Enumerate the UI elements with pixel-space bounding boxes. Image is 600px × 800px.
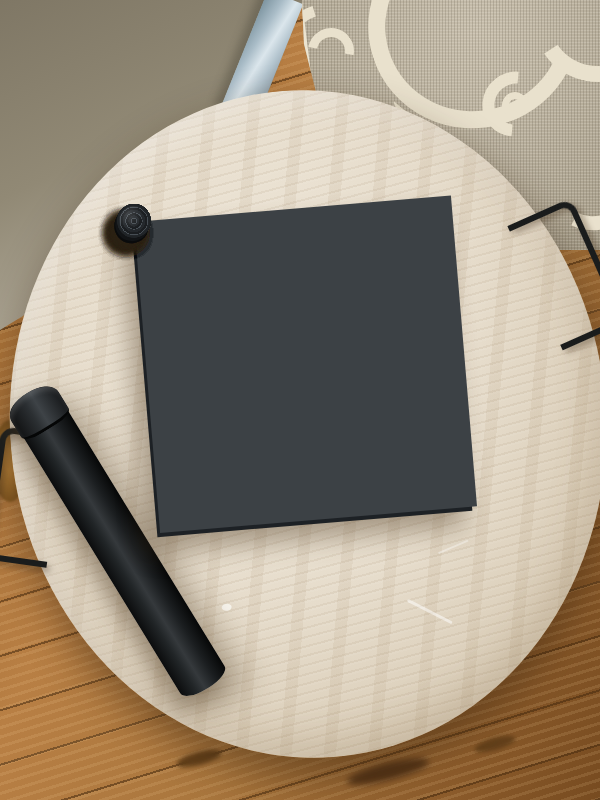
checkers-board xyxy=(134,195,477,533)
table-scuff xyxy=(407,599,453,624)
photo-scene xyxy=(0,0,600,800)
table-scuff xyxy=(221,603,232,611)
floor-knot xyxy=(345,753,431,790)
floor-knot xyxy=(175,746,223,770)
floor-knot xyxy=(473,732,517,755)
table-scuff xyxy=(438,540,468,554)
